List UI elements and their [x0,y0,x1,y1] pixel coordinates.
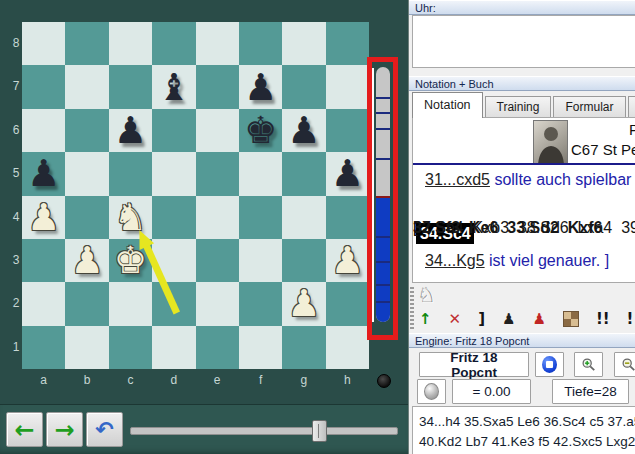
red-pawn-icon[interactable]: ♟ [532,309,545,329]
square-e3[interactable] [196,239,239,282]
clock-title: Uhr: [415,2,436,14]
piece-black-pawn-a5[interactable]: ♟ [22,152,65,195]
rank-label-6: 6 [10,109,22,152]
exclam-icon[interactable]: ! [627,309,634,329]
rank-label-8: 8 [10,22,22,65]
tab-training[interactable]: Training [485,96,552,118]
square-d6[interactable] [152,109,195,152]
red-x-icon[interactable]: ✕ [449,309,462,329]
square-h7[interactable] [326,65,369,108]
rank-label-2: 2 [10,282,22,325]
notation-panel-title: Notation + Buch [415,78,494,90]
square-f5[interactable] [239,152,282,195]
up-arrow-icon[interactable]: ↑ [419,309,432,329]
game-slider-thumb[interactable] [312,420,327,442]
move-list: [ 31...cxd5 sollte auch spielbar37.Se4 K… [413,166,635,274]
notation-segment[interactable]: sollte auch spielbar [490,171,631,188]
square-e6[interactable] [196,109,239,152]
square-b5[interactable] [65,152,108,195]
back-button[interactable]: ← [6,412,43,447]
square-b6[interactable] [65,109,108,152]
square-h4[interactable] [326,196,369,239]
tab-livebuch[interactable]: LiveBuch [628,96,635,118]
clock-panel-content [412,15,635,68]
square-a8[interactable] [22,22,65,65]
chess-board: 87654321abcdefgh♝♟♟♚♟♟♟♟♞♟♚♟♟ [0,0,408,404]
engine-stop-button[interactable] [535,352,564,377]
zoom-in-button[interactable] [574,352,603,377]
led-icon [424,383,439,400]
square-h6[interactable] [326,109,369,152]
double-exclam-icon[interactable]: !! [596,309,610,329]
file-label-e: e [196,371,239,389]
depth-display: Tiefe=28 [552,379,629,404]
clock-panel-titlebar: Uhr: [409,0,635,15]
file-label-f: f [239,371,282,389]
square-b7[interactable] [65,65,108,108]
square-a2[interactable] [22,282,65,325]
notation-line-4: [ 34...Kg5 ist viel genauer. ] [413,247,635,274]
square-f3[interactable] [239,239,282,282]
engine-line-list: 34...h4 35.Sxa5 Le6 36.Sc4 c5 37.a5 L40.… [419,412,635,452]
square-h2[interactable] [326,282,369,325]
position-diagram-icon[interactable] [563,311,579,327]
square-b8[interactable] [65,22,108,65]
notation-panel-titlebar: Notation + Buch [409,76,635,91]
square-c5[interactable] [109,152,152,195]
notation-tabs: NotationTrainingFormularLiveBuch [412,91,635,118]
magnifier-minus-icon [621,356,635,373]
piece-white-pawn-b3[interactable]: ♟ [65,239,108,282]
square-a6[interactable] [22,109,65,152]
chess-program-window: 87654321abcdefgh♝♟♟♚♟♟♟♟♞♟♚♟♟ ← → ↶ Uhr:… [0,0,635,454]
square-d5[interactable] [152,152,195,195]
square-g3[interactable] [282,239,325,282]
takeback-button[interactable]: ↶ [86,412,123,447]
square-g8[interactable] [282,22,325,65]
rank-label-4: 4 [10,196,22,239]
square-b1[interactable] [65,326,108,369]
engine-title: Engine: Fritz 18 Popcnt [415,335,529,347]
square-e7[interactable] [196,65,239,108]
square-d3[interactable] [152,239,195,282]
piece-white-knight-c4[interactable]: ♞ [109,196,152,239]
engine-line-2: 40.Kd2 Lb7 41.Ke3 f5 42.Sxc5 Lxg2 4 [419,432,635,452]
board-pane: 87654321abcdefgh♝♟♟♚♟♟♟♟♞♟♚♟♟ ← → ↶ [0,0,408,454]
square-b4[interactable] [65,196,108,239]
square-b2[interactable] [65,282,108,325]
square-c1[interactable] [109,326,152,369]
square-f8[interactable] [239,22,282,65]
file-label-c: c [109,371,152,389]
square-e1[interactable] [196,326,239,369]
square-g5[interactable] [282,152,325,195]
square-d4[interactable] [152,196,195,239]
game-slider-track[interactable] [130,427,398,435]
piece-white-pawn-g2[interactable]: ♟ [282,282,325,325]
square-h1[interactable] [326,326,369,369]
rank-label-7: 7 [10,65,22,108]
rank-label-3: 3 [10,239,22,282]
square-a1[interactable] [22,326,65,369]
piece-black-king-f6[interactable]: ♚ [239,109,282,152]
square-a7[interactable] [22,65,65,108]
piece-black-bishop-d7[interactable]: ♝ [152,65,195,108]
tab-formular[interactable]: Formular [553,96,625,118]
undo-arrow-icon: ↶ [95,417,113,442]
black-pawn-icon[interactable]: ♟ [502,309,515,329]
square-e5[interactable] [196,152,239,195]
tab-notation[interactable]: Notation [412,92,483,118]
eval-bar-highlight-box [367,57,398,340]
piece-white-pawn-a4[interactable]: ♟ [22,196,65,239]
game-header-line1: P [629,121,635,138]
file-label-b: b [65,371,108,389]
piece-white-pawn-h3[interactable]: ♟ [326,239,369,282]
back-arrow-icon: ← [14,418,34,442]
rank-label-1: 1 [10,326,22,369]
square-e2[interactable] [196,282,239,325]
square-f4[interactable] [239,196,282,239]
notation-segment[interactable]: 31...cxd5 [425,171,490,188]
rank-label-5: 5 [10,152,22,195]
file-label-h: h [326,371,369,389]
stop-icon [542,356,557,373]
notation-divider [413,163,635,165]
square-c2[interactable] [109,282,152,325]
square-g7[interactable] [282,65,325,108]
square-f2[interactable] [239,282,282,325]
piece-black-pawn-f7[interactable]: ♟ [239,65,282,108]
forward-arrow-icon: → [54,418,74,442]
piece-black-pawn-h5[interactable]: ♟ [326,152,369,195]
board-corner-button[interactable] [377,374,391,388]
engine-panel-titlebar: Engine: Fritz 18 Popcnt [409,333,635,348]
square-g4[interactable] [282,196,325,239]
engine-line-1: 34...h4 35.Sxa5 Le6 36.Sc4 c5 37.a5 L [419,412,635,432]
square-c7[interactable] [109,65,152,108]
evaluation-display: = 0.00 [452,379,531,404]
file-label-a: a [22,371,65,389]
right-panel: Uhr: Notation + Buch NotationTrainingFor… [408,0,635,454]
bracket-icon[interactable]: ] [478,309,485,329]
annotation-toolbar: ♘ ↑✕]♟♟!!! [409,283,635,333]
forward-button[interactable]: → [46,412,83,447]
square-c8[interactable] [109,22,152,65]
toolbar-gripper[interactable] [410,285,414,331]
engine-select-button[interactable]: Fritz 18 Popcnt [419,352,529,377]
square-g1[interactable] [282,326,325,369]
piece-black-pawn-c6[interactable]: ♟ [109,109,152,152]
notation-view: P C67 St Pet [ 31...cxd5 sollte auch spi… [412,117,635,283]
piece-black-pawn-g6[interactable]: ♟ [282,109,325,152]
square-h8[interactable] [326,22,369,65]
player-photo [533,120,568,165]
piece-white-king-c3[interactable]: ♚ [109,239,152,282]
annotation-icon-row: ↑✕]♟♟!!! [419,308,633,330]
engine-led-button[interactable] [417,379,446,404]
engine-output: 34...h4 35.Sxa5 Le6 36.Sc4 c5 37.a5 L40.… [412,406,635,454]
square-e4[interactable] [196,196,239,239]
square-d1[interactable] [152,326,195,369]
square-e8[interactable] [196,22,239,65]
zoom-out-button[interactable] [614,352,635,377]
square-f1[interactable] [239,326,282,369]
square-d2[interactable] [152,282,195,325]
navigation-bar: ← → ↶ [0,404,408,454]
magnifier-plus-icon [581,356,596,373]
notation-line-1: [ 31...cxd5 sollte auch spielbar [413,166,635,193]
notation-segment[interactable]: [ [413,214,635,241]
file-label-d: d [152,371,195,389]
game-header-line2: C67 St Pet [571,141,635,158]
notation-segment[interactable]: ist viel genauer. ] [485,252,610,269]
file-label-g: g [282,371,325,389]
notation-segment[interactable]: 34...Kg5 [425,252,485,269]
knight-icon[interactable]: ♘ [417,283,436,307]
square-a3[interactable] [22,239,65,282]
square-d8[interactable] [152,22,195,65]
